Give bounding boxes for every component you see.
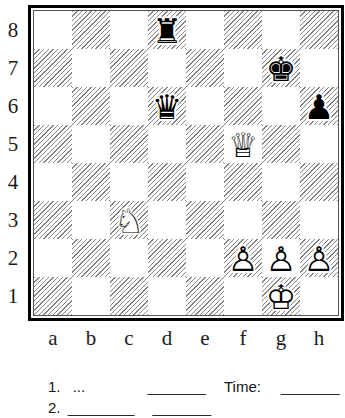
file-label-c: c <box>110 321 148 353</box>
square-d3 <box>148 201 186 239</box>
square-c7 <box>110 49 148 87</box>
move1-number: 1. <box>48 376 61 397</box>
rank-labels: 87654321 <box>0 11 26 315</box>
move1-black-blank: _______ <box>147 376 205 397</box>
rank-label-1: 1 <box>0 277 26 315</box>
square-h3 <box>300 201 338 239</box>
square-c8 <box>110 11 148 49</box>
square-c6 <box>110 87 148 125</box>
square-g2: ♟♙ <box>262 239 300 277</box>
square-h6: ♟♟ <box>300 87 338 125</box>
piece-white-pawn-icon: ♟♙ <box>262 239 300 277</box>
file-label-d: d <box>148 321 186 353</box>
square-f2: ♟♙ <box>224 239 262 277</box>
file-label-b: b <box>72 321 110 353</box>
piece-white-queen-icon: ♛♕ <box>224 125 262 163</box>
piece-black-king-icon: ♚♚ <box>262 49 300 87</box>
square-c3: ♞♘ <box>110 201 148 239</box>
square-d2 <box>148 239 186 277</box>
square-g6 <box>262 87 300 125</box>
square-d8: ♜♜ <box>148 11 186 49</box>
square-f8 <box>224 11 262 49</box>
piece-white-pawn-icon: ♟♙ <box>224 239 262 277</box>
rank-label-8: 8 <box>0 11 26 49</box>
square-a6 <box>34 87 72 125</box>
move2-black-blank: _______ <box>153 397 211 418</box>
file-labels: abcdefgh <box>34 321 338 353</box>
square-d1 <box>148 277 186 315</box>
square-g8 <box>262 11 300 49</box>
piece-white-pawn-icon: ♟♙ <box>300 239 338 277</box>
move1-white-ellipsis: ... <box>73 376 86 397</box>
file-label-h: h <box>300 321 338 353</box>
file-label-f: f <box>224 321 262 353</box>
rank-label-3: 3 <box>0 201 26 239</box>
file-label-g: g <box>262 321 300 353</box>
piece-white-king-icon: ♚♔ <box>262 277 300 315</box>
square-f6 <box>224 87 262 125</box>
move-line-2: 2. ________ _______ <box>48 397 339 418</box>
rank-label-7: 7 <box>0 49 26 87</box>
square-b5 <box>72 125 110 163</box>
move-line-1: 1. ... _______ Time: _______ <box>48 376 339 397</box>
square-b3 <box>72 201 110 239</box>
square-a1 <box>34 277 72 315</box>
square-g5 <box>262 125 300 163</box>
square-h4 <box>300 163 338 201</box>
square-f7 <box>224 49 262 87</box>
file-label-a: a <box>34 321 72 353</box>
worksheet-notes: 1. ... _______ Time: _______ 2. ________… <box>48 376 339 418</box>
square-a2 <box>34 239 72 277</box>
square-h8 <box>300 11 338 49</box>
chess-board-frame: ♜♜♚♚♛♛♟♟♛♕♞♘♟♙♟♙♟♙♚♔ <box>28 5 344 321</box>
square-b6 <box>72 87 110 125</box>
rank-label-2: 2 <box>0 239 26 277</box>
piece-black-queen-icon: ♛♛ <box>148 87 186 125</box>
square-e5 <box>186 125 224 163</box>
square-a7 <box>34 49 72 87</box>
square-e7 <box>186 49 224 87</box>
square-a4 <box>34 163 72 201</box>
square-h5 <box>300 125 338 163</box>
square-g4 <box>262 163 300 201</box>
square-f3 <box>224 201 262 239</box>
square-b7 <box>72 49 110 87</box>
square-b8 <box>72 11 110 49</box>
square-h2: ♟♙ <box>300 239 338 277</box>
square-g7: ♚♚ <box>262 49 300 87</box>
rank-label-6: 6 <box>0 87 26 125</box>
time-label: Time: <box>224 376 261 397</box>
square-e3 <box>186 201 224 239</box>
piece-black-rook-icon: ♜♜ <box>148 11 186 49</box>
square-c2 <box>110 239 148 277</box>
chess-board: ♜♜♚♚♛♛♟♟♛♕♞♘♟♙♟♙♟♙♚♔ <box>33 10 339 316</box>
square-b2 <box>72 239 110 277</box>
square-b4 <box>72 163 110 201</box>
square-d5 <box>148 125 186 163</box>
square-c4 <box>110 163 148 201</box>
square-e1 <box>186 277 224 315</box>
square-d7 <box>148 49 186 87</box>
square-c5 <box>110 125 148 163</box>
time-blank: _______ <box>281 376 339 397</box>
square-d6: ♛♛ <box>148 87 186 125</box>
square-d4 <box>148 163 186 201</box>
square-f5: ♛♕ <box>224 125 262 163</box>
rank-label-4: 4 <box>0 163 26 201</box>
move2-white-blank: ________ <box>68 397 135 418</box>
square-e8 <box>186 11 224 49</box>
square-e2 <box>186 239 224 277</box>
square-h1 <box>300 277 338 315</box>
move2-number: 2. <box>48 397 61 418</box>
square-a5 <box>34 125 72 163</box>
piece-white-knight-icon: ♞♘ <box>110 201 148 239</box>
file-label-e: e <box>186 321 224 353</box>
square-f4 <box>224 163 262 201</box>
square-b1 <box>72 277 110 315</box>
square-e6 <box>186 87 224 125</box>
rank-label-5: 5 <box>0 125 26 163</box>
piece-black-pawn-icon: ♟♟ <box>300 87 338 125</box>
square-f1 <box>224 277 262 315</box>
square-e4 <box>186 163 224 201</box>
square-a8 <box>34 11 72 49</box>
square-a3 <box>34 201 72 239</box>
square-g1: ♚♔ <box>262 277 300 315</box>
square-g3 <box>262 201 300 239</box>
square-c1 <box>110 277 148 315</box>
square-h7 <box>300 49 338 87</box>
